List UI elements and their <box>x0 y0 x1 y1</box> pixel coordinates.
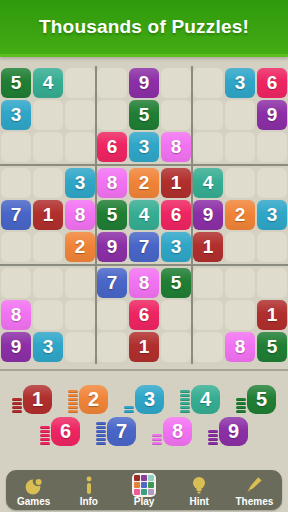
cell-r1c9[interactable]: 6 <box>257 68 287 98</box>
cell-r1c2[interactable]: 4 <box>33 68 63 98</box>
nav-label-play: Play <box>134 496 155 508</box>
cell-r5c7[interactable]: 9 <box>193 200 223 230</box>
play-icon-square <box>134 482 140 488</box>
nav-games[interactable]: Games <box>6 470 61 510</box>
remaining-coins-7 <box>96 422 106 445</box>
cell-r2c8[interactable] <box>225 100 255 130</box>
cell-r1c5[interactable]: 9 <box>129 68 159 98</box>
cell-r9c7[interactable] <box>193 332 223 362</box>
cell-r7c9[interactable] <box>257 268 287 298</box>
board-row-4: 38214 <box>1 168 288 198</box>
cell-r7c2[interactable] <box>33 268 63 298</box>
numpad-button-3[interactable]: 3 <box>124 385 164 414</box>
numpad-button-7[interactable]: 7 <box>96 417 136 446</box>
cell-r4c5[interactable]: 2 <box>129 168 159 198</box>
games-icon <box>24 473 44 496</box>
cell-r6c2[interactable] <box>33 232 63 262</box>
board-row-2: 359 <box>1 100 288 130</box>
cell-r1c4[interactable] <box>97 68 127 98</box>
cell-r9c4[interactable] <box>97 332 127 362</box>
play-icon-square <box>141 482 147 488</box>
numpad-digit-5: 5 <box>247 385 276 414</box>
cell-r6c4[interactable]: 9 <box>97 232 127 262</box>
board-row-7: 785 <box>1 268 288 298</box>
play-icon-square <box>148 489 154 495</box>
cell-r9c1[interactable]: 9 <box>1 332 31 362</box>
cell-r6c9[interactable] <box>257 232 287 262</box>
cell-r7c8[interactable] <box>225 268 255 298</box>
numpad-button-6[interactable]: 6 <box>40 417 80 446</box>
remaining-coins-9 <box>208 430 218 445</box>
numpad-digit-2: 2 <box>79 385 108 414</box>
remaining-coins-6 <box>40 426 50 445</box>
play-icon-square <box>148 482 154 488</box>
nav-label-hint: Hint <box>189 496 208 508</box>
cell-r4c2[interactable] <box>33 168 63 198</box>
sudoku-board: 5493635963838214718546923297317858619318… <box>0 68 288 362</box>
play-icon-square <box>134 489 140 495</box>
cell-r8c3[interactable] <box>65 300 95 330</box>
number-pad: 12345 6789 <box>0 384 288 448</box>
cell-r7c4[interactable]: 7 <box>97 268 127 298</box>
numpad-digit-6: 6 <box>51 417 80 446</box>
numpad-digit-4: 4 <box>191 385 220 414</box>
cell-r2c6[interactable] <box>161 100 191 130</box>
cell-r3c2[interactable] <box>33 132 63 162</box>
cell-r2c5[interactable]: 5 <box>129 100 159 130</box>
board-row-6: 29731 <box>1 232 288 262</box>
nav-themes[interactable]: Themes <box>227 470 282 510</box>
number-pad-row-2: 6789 <box>0 416 288 446</box>
box-separator-vertical-1 <box>95 66 97 364</box>
numpad-button-5[interactable]: 5 <box>236 385 276 414</box>
cell-r3c4[interactable]: 6 <box>97 132 127 162</box>
themes-paintbrush-icon <box>244 473 264 496</box>
cell-r5c5[interactable]: 4 <box>129 200 159 230</box>
cell-r1c7[interactable] <box>193 68 223 98</box>
cell-r4c8[interactable] <box>225 168 255 198</box>
cell-r1c3[interactable] <box>65 68 95 98</box>
nav-label-info: Info <box>80 496 98 508</box>
cell-r5c9[interactable]: 3 <box>257 200 287 230</box>
numpad-button-9[interactable]: 9 <box>208 417 248 446</box>
box-separator-horizontal-1 <box>0 164 288 166</box>
cell-r2c9[interactable]: 9 <box>257 100 287 130</box>
cell-r8c1[interactable]: 8 <box>1 300 31 330</box>
remaining-coins-4 <box>180 390 190 413</box>
nav-label-games: Games <box>17 496 50 508</box>
board-row-1: 54936 <box>1 68 288 98</box>
cell-r3c7[interactable] <box>193 132 223 162</box>
remaining-coins-2 <box>68 390 78 413</box>
cell-r4c9[interactable] <box>257 168 287 198</box>
cell-r5c1[interactable]: 7 <box>1 200 31 230</box>
cell-r7c7[interactable] <box>193 268 223 298</box>
cell-r3c9[interactable] <box>257 132 287 162</box>
play-icon-square <box>134 475 140 481</box>
cell-r8c7[interactable] <box>193 300 223 330</box>
play-icon-square <box>148 475 154 481</box>
cell-r5c2[interactable]: 1 <box>33 200 63 230</box>
box-separator-horizontal-2 <box>0 264 288 266</box>
cell-r2c4[interactable] <box>97 100 127 130</box>
cell-r3c5[interactable]: 3 <box>129 132 159 162</box>
cell-r9c2[interactable]: 3 <box>33 332 63 362</box>
hint-lightbulb-icon <box>189 473 209 496</box>
play-icon-square <box>141 489 147 495</box>
numpad-digit-1: 1 <box>23 385 52 414</box>
remaining-coins-8 <box>152 434 162 445</box>
cell-r8c5[interactable]: 6 <box>129 300 159 330</box>
cell-r6c8[interactable] <box>225 232 255 262</box>
number-pad-row-1: 12345 <box>0 384 288 414</box>
board-row-5: 718546923 <box>1 200 288 230</box>
cell-r1c8[interactable]: 3 <box>225 68 255 98</box>
numpad-button-2[interactable]: 2 <box>68 385 108 414</box>
cell-r3c3[interactable] <box>65 132 95 162</box>
nav-play[interactable]: Play <box>116 470 171 510</box>
play-icon <box>132 473 156 496</box>
cell-r4c3[interactable]: 3 <box>65 168 95 198</box>
cell-r2c3[interactable] <box>65 100 95 130</box>
cell-r8c9[interactable]: 1 <box>257 300 287 330</box>
remaining-coins-3 <box>124 406 134 413</box>
cell-r5c4[interactable]: 5 <box>97 200 127 230</box>
cell-r7c5[interactable]: 8 <box>129 268 159 298</box>
cell-r6c7[interactable]: 1 <box>193 232 223 262</box>
cell-r7c3[interactable] <box>65 268 95 298</box>
cell-r8c4[interactable] <box>97 300 127 330</box>
remaining-coins-1 <box>12 398 22 413</box>
box-separator-vertical-2 <box>191 66 193 364</box>
cell-r7c1[interactable] <box>1 268 31 298</box>
cell-r9c8[interactable]: 8 <box>225 332 255 362</box>
cell-r9c5[interactable]: 1 <box>129 332 159 362</box>
cell-r1c1[interactable]: 5 <box>1 68 31 98</box>
cell-r7c6[interactable]: 5 <box>161 268 191 298</box>
info-icon <box>79 473 99 496</box>
nav-label-themes: Themes <box>236 496 274 508</box>
cell-r8c2[interactable] <box>33 300 63 330</box>
board-row-8: 861 <box>1 300 288 330</box>
cell-r3c1[interactable] <box>1 132 31 162</box>
cell-r5c8[interactable]: 2 <box>225 200 255 230</box>
cell-r8c6[interactable] <box>161 300 191 330</box>
cell-r5c3[interactable]: 8 <box>65 200 95 230</box>
cell-r2c1[interactable]: 3 <box>1 100 31 130</box>
cell-r2c7[interactable] <box>193 100 223 130</box>
board-divider <box>0 369 288 371</box>
cell-r9c3[interactable] <box>65 332 95 362</box>
play-icon-square <box>141 475 147 481</box>
cell-r8c8[interactable] <box>225 300 255 330</box>
numpad-button-8[interactable]: 8 <box>152 417 192 446</box>
cell-r6c6[interactable]: 3 <box>161 232 191 262</box>
nav-info[interactable]: Info <box>61 470 116 510</box>
cell-r4c1[interactable] <box>1 168 31 198</box>
cell-r3c8[interactable] <box>225 132 255 162</box>
bottom-nav: Games Info Play <box>6 470 282 510</box>
numpad-digit-8: 8 <box>163 417 192 446</box>
app-window: Thousands of Puzzles! 549363596383821471… <box>0 0 288 512</box>
cell-r2c2[interactable] <box>33 100 63 130</box>
cell-r6c1[interactable] <box>1 232 31 262</box>
cell-r4c7[interactable]: 4 <box>193 168 223 198</box>
board-row-3: 638 <box>1 132 288 162</box>
nav-hint[interactable]: Hint <box>172 470 227 510</box>
numpad-digit-9: 9 <box>219 417 248 446</box>
cell-r4c6[interactable]: 1 <box>161 168 191 198</box>
board-row-9: 93185 <box>1 332 288 362</box>
cell-r3c6[interactable]: 8 <box>161 132 191 162</box>
cell-r6c3[interactable]: 2 <box>65 232 95 262</box>
page-title: Thousands of Puzzles! <box>39 16 249 38</box>
numpad-button-1[interactable]: 1 <box>12 385 52 414</box>
cell-r9c6[interactable] <box>161 332 191 362</box>
cell-r1c6[interactable] <box>161 68 191 98</box>
numpad-button-4[interactable]: 4 <box>180 385 220 414</box>
cell-r5c6[interactable]: 6 <box>161 200 191 230</box>
cell-r4c4[interactable]: 8 <box>97 168 127 198</box>
remaining-coins-5 <box>236 398 246 413</box>
header-banner: Thousands of Puzzles! <box>0 0 288 57</box>
numpad-digit-3: 3 <box>135 385 164 414</box>
cell-r6c5[interactable]: 7 <box>129 232 159 262</box>
cell-r9c9[interactable]: 5 <box>257 332 287 362</box>
numpad-digit-7: 7 <box>107 417 136 446</box>
